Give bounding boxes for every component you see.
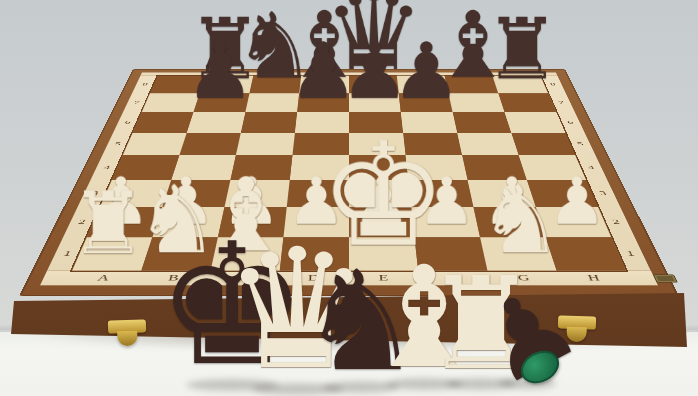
chess-set-photo: 87654321 87654321 ABCDEFGH ♜♞♝♛♝♜♟♟♟♟♟♟♟…	[0, 0, 698, 396]
brass-clasp-left-icon	[108, 319, 146, 333]
